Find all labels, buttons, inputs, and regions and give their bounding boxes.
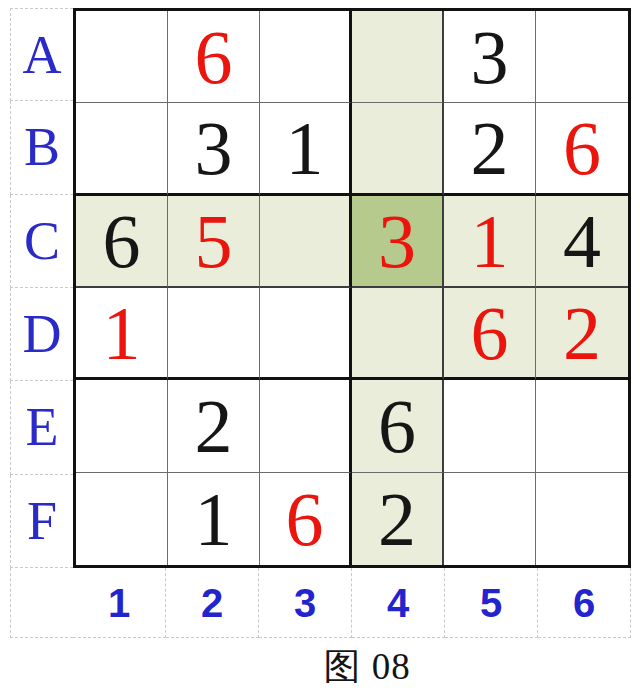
cell-D3[interactable]	[260, 288, 352, 380]
cell-A3[interactable]	[260, 11, 352, 103]
cell-F3[interactable]: 6	[260, 473, 352, 565]
cell-F4[interactable]: 2	[352, 473, 444, 565]
cell-F2[interactable]: 1	[168, 473, 260, 565]
sudoku-board: 6331266531416226162	[73, 8, 631, 568]
cell-F1[interactable]	[76, 473, 168, 565]
col-label-4: 4	[352, 568, 445, 638]
row-label-B: B	[10, 101, 73, 194]
cell-C5[interactable]: 1	[444, 196, 536, 288]
col-labels: 123456	[73, 568, 631, 638]
cell-A1[interactable]	[76, 11, 168, 103]
col-label-3: 3	[259, 568, 352, 638]
sudoku-page: ABCDEF 6331266531416226162 123456 图 08	[0, 0, 640, 690]
cell-A2[interactable]: 6	[168, 11, 260, 103]
cell-E3[interactable]	[260, 380, 352, 472]
cell-D6[interactable]: 2	[536, 288, 628, 380]
cell-B3[interactable]: 1	[260, 103, 352, 195]
cell-C4[interactable]: 3	[352, 196, 444, 288]
cell-C3[interactable]	[260, 196, 352, 288]
col-label-5: 5	[445, 568, 538, 638]
cell-D4[interactable]	[352, 288, 444, 380]
cell-A4[interactable]	[352, 11, 444, 103]
figure-caption: 图 08	[73, 638, 631, 690]
row-label-D: D	[10, 288, 73, 381]
cell-A6[interactable]	[536, 11, 628, 103]
cell-D5[interactable]: 6	[444, 288, 536, 380]
cell-C1[interactable]: 6	[76, 196, 168, 288]
cell-B4[interactable]	[352, 103, 444, 195]
cell-F6[interactable]	[536, 473, 628, 565]
col-label-1: 1	[73, 568, 166, 638]
cell-D1[interactable]: 1	[76, 288, 168, 380]
cell-C6[interactable]: 4	[536, 196, 628, 288]
label-corner	[10, 568, 73, 638]
row-label-A: A	[10, 8, 73, 101]
cell-D2[interactable]	[168, 288, 260, 380]
row-label-E: E	[10, 381, 73, 474]
cell-C2[interactable]: 5	[168, 196, 260, 288]
cell-F5[interactable]	[444, 473, 536, 565]
cell-B2[interactable]: 3	[168, 103, 260, 195]
cell-B1[interactable]	[76, 103, 168, 195]
cell-B6[interactable]: 6	[536, 103, 628, 195]
sudoku-layout: ABCDEF 6331266531416226162 123456 图 08	[10, 8, 631, 690]
row-labels: ABCDEF	[10, 8, 73, 568]
cell-E5[interactable]	[444, 380, 536, 472]
col-label-6: 6	[538, 568, 631, 638]
row-label-F: F	[10, 475, 73, 568]
cell-E6[interactable]	[536, 380, 628, 472]
col-label-2: 2	[166, 568, 259, 638]
cell-E1[interactable]	[76, 380, 168, 472]
cell-A5[interactable]: 3	[444, 11, 536, 103]
cell-E2[interactable]: 2	[168, 380, 260, 472]
row-label-C: C	[10, 195, 73, 288]
cell-B5[interactable]: 2	[444, 103, 536, 195]
cell-E4[interactable]: 6	[352, 380, 444, 472]
